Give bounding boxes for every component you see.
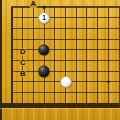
grid-line-horizontal [11,28,120,29]
white-stone[interactable] [60,76,71,87]
grid-line-horizontal [11,60,120,61]
variation-label-a[interactable]: A [30,0,36,8]
star-point [43,6,46,9]
stone-move-number: 1 [42,15,46,22]
grid-line-horizontal [11,71,120,72]
black-stone[interactable] [38,44,49,55]
go-board[interactable]: 1ADCB [0,0,120,120]
star-point [107,81,110,84]
variation-label-c[interactable]: C [19,59,25,67]
panel-bottom-border-bevel [0,108,120,109]
black-stone[interactable] [38,65,49,76]
grid-line-horizontal [11,39,120,40]
white-stone[interactable]: 1 [39,12,50,23]
grid-line-horizontal [11,17,120,18]
variation-label-b[interactable]: B [19,70,25,78]
grid-line-horizontal [11,92,120,93]
variation-label-d[interactable]: D [19,48,25,56]
grid-line-horizontal [11,49,120,50]
grid-line-horizontal [11,6,120,7]
